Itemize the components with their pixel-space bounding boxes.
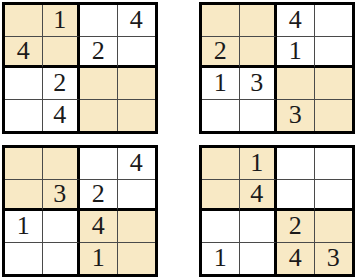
cell-bottom-right-r1c3[interactable] xyxy=(277,148,315,180)
cell-bottom-left-r2c4[interactable] xyxy=(118,180,156,212)
cell-bottom-right-r2c3[interactable] xyxy=(277,180,315,212)
cell-bottom-left-r3c4[interactable] xyxy=(118,211,156,243)
cell-bottom-left-r2c1[interactable] xyxy=(5,180,43,212)
cell-top-right-r4c3[interactable]: 3 xyxy=(277,100,315,132)
sudoku-board-top-left: 144224 xyxy=(2,2,158,134)
cell-top-left-r3c3[interactable] xyxy=(80,68,118,100)
cell-top-right-r1c2[interactable] xyxy=(240,5,278,37)
cell-top-right-r3c4[interactable] xyxy=(315,68,353,100)
cell-bottom-right-r4c1[interactable]: 1 xyxy=(202,243,240,275)
cell-bottom-left-r1c3[interactable] xyxy=(80,148,118,180)
sudoku-worksheet: 144224 421133 432141 142143 xyxy=(0,0,357,279)
cell-bottom-right-r4c4[interactable]: 3 xyxy=(315,243,353,275)
cell-top-right-r1c4[interactable] xyxy=(315,5,353,37)
cell-bottom-right-r2c2[interactable]: 4 xyxy=(240,180,278,212)
cell-bottom-left-r4c2[interactable] xyxy=(43,243,81,275)
cell-top-left-r2c3[interactable]: 2 xyxy=(80,37,118,69)
sudoku-board-bottom-right: 142143 xyxy=(199,145,355,277)
cell-top-left-r2c1[interactable]: 4 xyxy=(5,37,43,69)
sudoku-board-top-right: 421133 xyxy=(199,2,355,134)
cell-top-right-r1c3[interactable]: 4 xyxy=(277,5,315,37)
cell-top-right-r3c3[interactable] xyxy=(277,68,315,100)
cell-top-left-r2c2[interactable] xyxy=(43,37,81,69)
sudoku-board-bottom-left: 432141 xyxy=(2,145,158,277)
cell-bottom-left-r3c1[interactable]: 1 xyxy=(5,211,43,243)
cell-bottom-right-r3c4[interactable] xyxy=(315,211,353,243)
cell-bottom-left-r4c3[interactable]: 1 xyxy=(80,243,118,275)
cell-top-right-r2c4[interactable] xyxy=(315,37,353,69)
cell-top-right-r4c2[interactable] xyxy=(240,100,278,132)
cell-bottom-left-r4c1[interactable] xyxy=(5,243,43,275)
cell-bottom-right-r3c2[interactable] xyxy=(240,211,278,243)
cell-bottom-right-r1c2[interactable]: 1 xyxy=(240,148,278,180)
cell-top-left-r3c4[interactable] xyxy=(118,68,156,100)
cell-top-right-r2c2[interactable] xyxy=(240,37,278,69)
cell-top-right-r1c1[interactable] xyxy=(202,5,240,37)
cell-top-left-r3c1[interactable] xyxy=(5,68,43,100)
cell-top-left-r1c2[interactable]: 1 xyxy=(43,5,81,37)
cell-top-left-r4c2[interactable]: 4 xyxy=(43,100,81,132)
cell-top-right-r2c3[interactable]: 1 xyxy=(277,37,315,69)
cell-top-left-r2c4[interactable] xyxy=(118,37,156,69)
cell-bottom-left-r1c4[interactable]: 4 xyxy=(118,148,156,180)
cell-bottom-right-r4c3[interactable]: 4 xyxy=(277,243,315,275)
cell-bottom-left-r2c2[interactable]: 3 xyxy=(43,180,81,212)
cell-top-left-r4c4[interactable] xyxy=(118,100,156,132)
cell-top-left-r4c1[interactable] xyxy=(5,100,43,132)
cell-top-left-r1c3[interactable] xyxy=(80,5,118,37)
cell-bottom-left-r3c3[interactable]: 4 xyxy=(80,211,118,243)
cell-bottom-left-r3c2[interactable] xyxy=(43,211,81,243)
cell-bottom-left-r1c2[interactable] xyxy=(43,148,81,180)
cell-top-left-r1c4[interactable]: 4 xyxy=(118,5,156,37)
cell-bottom-right-r3c1[interactable] xyxy=(202,211,240,243)
cell-top-right-r3c2[interactable]: 3 xyxy=(240,68,278,100)
cell-bottom-left-r2c3[interactable]: 2 xyxy=(80,180,118,212)
cell-bottom-left-r1c1[interactable] xyxy=(5,148,43,180)
cell-top-right-r4c1[interactable] xyxy=(202,100,240,132)
cell-bottom-right-r2c1[interactable] xyxy=(202,180,240,212)
cell-bottom-right-r3c3[interactable]: 2 xyxy=(277,211,315,243)
cell-bottom-right-r1c1[interactable] xyxy=(202,148,240,180)
cell-top-left-r4c3[interactable] xyxy=(80,100,118,132)
cell-top-right-r2c1[interactable]: 2 xyxy=(202,37,240,69)
cell-bottom-right-r2c4[interactable] xyxy=(315,180,353,212)
cell-bottom-right-r1c4[interactable] xyxy=(315,148,353,180)
cell-top-right-r4c4[interactable] xyxy=(315,100,353,132)
cell-top-right-r3c1[interactable]: 1 xyxy=(202,68,240,100)
cell-bottom-right-r4c2[interactable] xyxy=(240,243,278,275)
cell-bottom-left-r4c4[interactable] xyxy=(118,243,156,275)
cell-top-left-r1c1[interactable] xyxy=(5,5,43,37)
cell-top-left-r3c2[interactable]: 2 xyxy=(43,68,81,100)
